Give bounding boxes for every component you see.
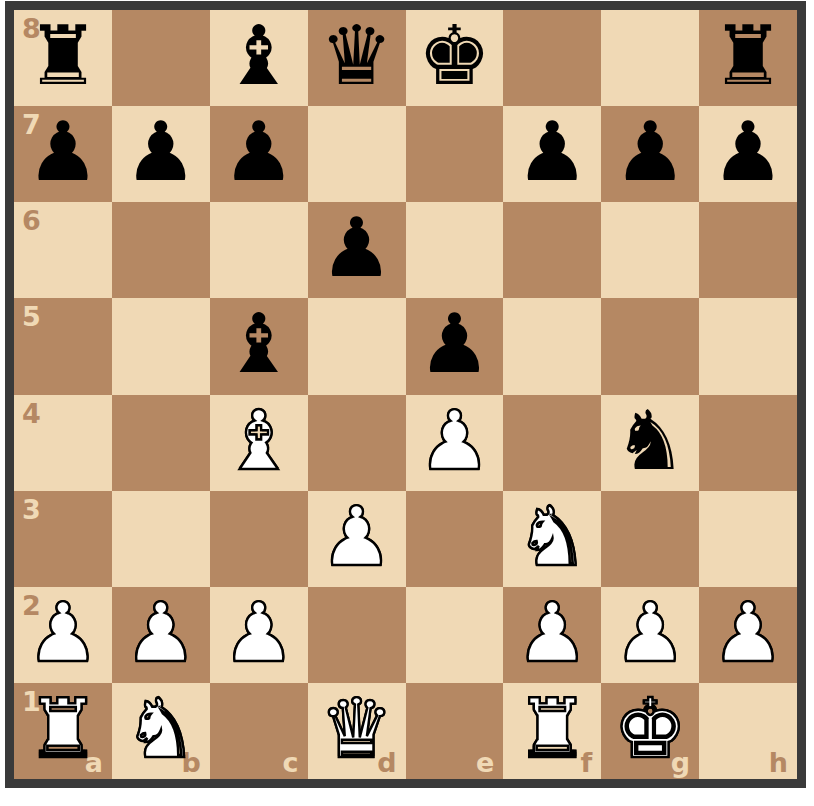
square-f4[interactable] [503,395,601,491]
square-h2[interactable]: ♟ [699,587,797,683]
white-pawn[interactable]: ♟ [26,592,100,674]
square-g4[interactable]: ♞ [601,395,699,491]
rank-label-3: 3 [22,496,41,523]
white-pawn[interactable]: ♟ [613,592,687,674]
file-label-e: e [476,749,494,776]
square-d8[interactable]: ♛ [308,10,406,106]
file-label-h: h [769,749,788,776]
square-f5[interactable] [503,298,601,394]
square-a2[interactable]: 2♟ [14,587,112,683]
square-d3[interactable]: ♟ [308,491,406,587]
square-e4[interactable]: ♟ [406,395,504,491]
black-pawn[interactable]: ♟ [124,111,198,193]
square-h4[interactable] [699,395,797,491]
square-c1[interactable]: c [210,683,308,779]
black-pawn[interactable]: ♟ [26,111,100,193]
square-b2[interactable]: ♟ [112,587,210,683]
square-e7[interactable] [406,106,504,202]
white-pawn[interactable]: ♟ [124,592,198,674]
chess-board-frame: 8♜♝♛♚♜7♟♟♟♟♟♟6♟5♝♟4♝♟♞3♟♞2♟♟♟♟♟♟1a♜b♞cd♛… [5,1,806,788]
square-d1[interactable]: d♛ [308,683,406,779]
square-c4[interactable]: ♝ [210,395,308,491]
square-b3[interactable] [112,491,210,587]
square-c8[interactable]: ♝ [210,10,308,106]
rank-label-6: 6 [22,207,41,234]
square-g2[interactable]: ♟ [601,587,699,683]
square-a5[interactable]: 5 [14,298,112,394]
rank-label-4: 4 [22,400,41,427]
chess-board: 8♜♝♛♚♜7♟♟♟♟♟♟6♟5♝♟4♝♟♞3♟♞2♟♟♟♟♟♟1a♜b♞cd♛… [14,10,797,779]
square-h6[interactable] [699,202,797,298]
square-a8[interactable]: 8♜ [14,10,112,106]
square-f8[interactable] [503,10,601,106]
square-b1[interactable]: b♞ [112,683,210,779]
square-c6[interactable] [210,202,308,298]
white-pawn[interactable]: ♟ [711,592,785,674]
black-pawn[interactable]: ♟ [711,111,785,193]
square-a3[interactable]: 3 [14,491,112,587]
black-pawn[interactable]: ♟ [613,111,687,193]
white-pawn[interactable]: ♟ [516,592,590,674]
square-h5[interactable] [699,298,797,394]
square-e5[interactable]: ♟ [406,298,504,394]
square-h7[interactable]: ♟ [699,106,797,202]
square-f3[interactable]: ♞ [503,491,601,587]
black-bishop[interactable]: ♝ [222,303,296,385]
black-pawn[interactable]: ♟ [222,111,296,193]
white-knight[interactable]: ♞ [516,496,590,578]
square-a4[interactable]: 4 [14,395,112,491]
black-queen[interactable]: ♛ [320,15,394,97]
square-b8[interactable] [112,10,210,106]
white-pawn[interactable]: ♟ [418,400,492,482]
square-d4[interactable] [308,395,406,491]
square-e3[interactable] [406,491,504,587]
square-g6[interactable] [601,202,699,298]
white-knight[interactable]: ♞ [124,688,198,770]
black-rook[interactable]: ♜ [711,15,785,97]
black-knight[interactable]: ♞ [613,400,687,482]
square-d6[interactable]: ♟ [308,202,406,298]
square-f2[interactable]: ♟ [503,587,601,683]
black-pawn[interactable]: ♟ [418,303,492,385]
square-b7[interactable]: ♟ [112,106,210,202]
square-e2[interactable] [406,587,504,683]
square-g1[interactable]: g♚ [601,683,699,779]
square-e8[interactable]: ♚ [406,10,504,106]
black-king[interactable]: ♚ [418,15,492,97]
white-rook[interactable]: ♜ [516,688,590,770]
square-g5[interactable] [601,298,699,394]
white-pawn[interactable]: ♟ [320,496,394,578]
square-c3[interactable] [210,491,308,587]
square-d5[interactable] [308,298,406,394]
white-king[interactable]: ♚ [613,688,687,770]
square-a6[interactable]: 6 [14,202,112,298]
rank-label-5: 5 [22,303,41,330]
square-h8[interactable]: ♜ [699,10,797,106]
square-c7[interactable]: ♟ [210,106,308,202]
square-b6[interactable] [112,202,210,298]
square-f6[interactable] [503,202,601,298]
black-pawn[interactable]: ♟ [516,111,590,193]
file-label-c: c [283,749,299,776]
square-a7[interactable]: 7♟ [14,106,112,202]
white-bishop[interactable]: ♝ [222,400,296,482]
white-queen[interactable]: ♛ [320,688,394,770]
square-a1[interactable]: 1a♜ [14,683,112,779]
square-d7[interactable] [308,106,406,202]
black-pawn[interactable]: ♟ [320,207,394,289]
black-bishop[interactable]: ♝ [222,15,296,97]
white-pawn[interactable]: ♟ [222,592,296,674]
square-f1[interactable]: f♜ [503,683,601,779]
black-rook[interactable]: ♜ [26,15,100,97]
square-h1[interactable]: h [699,683,797,779]
white-rook[interactable]: ♜ [26,688,100,770]
square-e6[interactable] [406,202,504,298]
square-c5[interactable]: ♝ [210,298,308,394]
square-b4[interactable] [112,395,210,491]
square-e1[interactable]: e [406,683,504,779]
square-g7[interactable]: ♟ [601,106,699,202]
square-c2[interactable]: ♟ [210,587,308,683]
square-b5[interactable] [112,298,210,394]
square-d2[interactable] [308,587,406,683]
square-g3[interactable] [601,491,699,587]
square-g8[interactable] [601,10,699,106]
square-h3[interactable] [699,491,797,587]
square-f7[interactable]: ♟ [503,106,601,202]
